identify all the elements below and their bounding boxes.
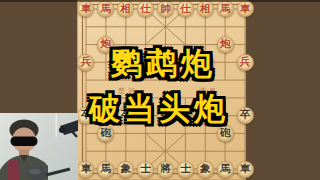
piece-black-horse[interactable]: 馬 xyxy=(97,161,114,178)
webcam-overlay xyxy=(0,113,78,180)
window-frame-line xyxy=(56,113,57,137)
scarf xyxy=(8,159,20,180)
piece-black-elephant[interactable]: 象 xyxy=(117,161,134,178)
camera-knob xyxy=(59,127,65,133)
piece-red-advisor[interactable]: 仕 xyxy=(137,0,154,17)
piece-black-chariot[interactable]: 車 xyxy=(237,161,254,178)
streamer-illustration xyxy=(0,113,78,180)
piece-red-horse[interactable]: 馬 xyxy=(97,0,114,17)
video-frame: 楚河 漢界 車馬相仕帥仕相馬車炮炮兵兵兵兵兵卒卒卒卒卒砲砲車馬象士將士象馬車 鹦… xyxy=(0,0,320,180)
piece-red-chariot[interactable]: 車 xyxy=(77,0,94,17)
piece-black-cannon[interactable]: 砲 xyxy=(217,125,234,142)
pieces-grid: 車馬相仕帥仕相馬車炮炮兵兵兵兵兵卒卒卒卒卒砲砲車馬象士將士象馬車 xyxy=(76,0,255,178)
piece-red-soldier[interactable]: 兵 xyxy=(237,54,254,71)
mic-stand xyxy=(46,169,70,175)
piece-black-cannon[interactable]: 砲 xyxy=(97,125,114,142)
piece-red-general[interactable]: 帥 xyxy=(157,0,174,17)
sunglasses xyxy=(11,137,38,147)
piece-black-soldier[interactable]: 卒 xyxy=(237,107,254,124)
piece-black-general[interactable]: 將 xyxy=(157,161,174,178)
piece-red-advisor[interactable]: 仕 xyxy=(177,0,194,17)
piece-black-horse[interactable]: 馬 xyxy=(217,161,234,178)
piece-black-chariot[interactable]: 車 xyxy=(77,161,94,178)
piece-black-advisor[interactable]: 士 xyxy=(177,161,194,178)
piece-red-elephant[interactable]: 相 xyxy=(197,0,214,17)
piece-red-cannon[interactable]: 炮 xyxy=(217,36,234,53)
caption-line2: 破当头炮 xyxy=(89,93,229,124)
piece-black-advisor[interactable]: 士 xyxy=(137,161,154,178)
piece-red-horse[interactable]: 馬 xyxy=(217,0,234,17)
piece-red-elephant[interactable]: 相 xyxy=(117,0,134,17)
piece-red-chariot[interactable]: 車 xyxy=(237,0,254,17)
piece-black-elephant[interactable]: 象 xyxy=(197,161,214,178)
piece-red-soldier[interactable]: 兵 xyxy=(77,54,94,71)
caption-line1: 鹦鹉炮 xyxy=(111,48,216,79)
